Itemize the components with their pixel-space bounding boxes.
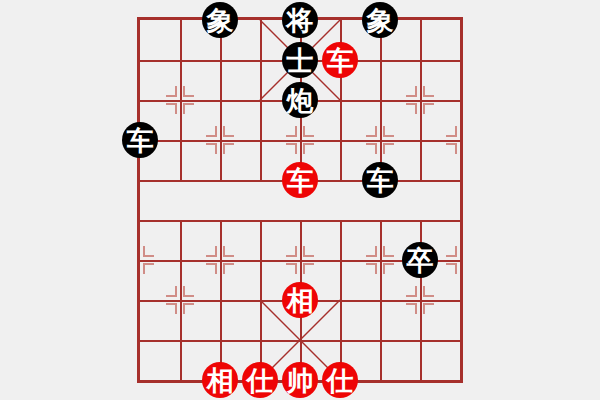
piece-red-general[interactable]: 帅 xyxy=(282,362,318,398)
piece-black-soldier[interactable]: 卒 xyxy=(402,242,438,278)
piece-black-elephant[interactable]: 象 xyxy=(362,2,398,38)
xiangqi-board: 象将象士车炮车车车卒相相仕帅仕 xyxy=(137,17,463,383)
pieces-layer: 象将象士车炮车车车卒相相仕帅仕 xyxy=(140,20,460,380)
piece-black-cannon[interactable]: 炮 xyxy=(282,82,318,118)
piece-black-chariot[interactable]: 车 xyxy=(122,122,158,158)
piece-black-general[interactable]: 将 xyxy=(282,2,318,38)
piece-black-elephant[interactable]: 象 xyxy=(202,2,238,38)
piece-black-advisor[interactable]: 士 xyxy=(282,42,318,78)
piece-red-chariot[interactable]: 车 xyxy=(322,42,358,78)
piece-red-advisor[interactable]: 仕 xyxy=(322,362,358,398)
piece-red-chariot[interactable]: 车 xyxy=(282,162,318,198)
piece-red-elephant[interactable]: 相 xyxy=(282,282,318,318)
piece-black-chariot[interactable]: 车 xyxy=(362,162,398,198)
piece-red-elephant[interactable]: 相 xyxy=(202,362,238,398)
screenshot-background: 象将象士车炮车车车卒相相仕帅仕 xyxy=(0,0,600,400)
piece-red-advisor[interactable]: 仕 xyxy=(242,362,278,398)
